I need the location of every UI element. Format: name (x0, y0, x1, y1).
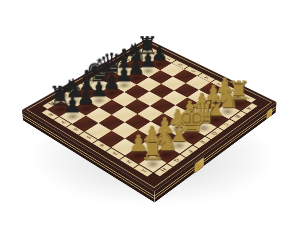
black-pawn[interactable]: ♟ (57, 82, 88, 117)
coord-label: D (206, 128, 223, 139)
white-rook[interactable]: ♜ (136, 127, 169, 164)
chess-set-photo: 87654321 87654321 ABCDEFGH ABCDEFGH ♜♞♝♛… (0, 0, 300, 225)
